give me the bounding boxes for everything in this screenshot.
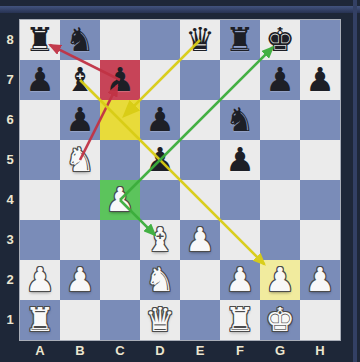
square-b5[interactable]: ♞ <box>60 140 100 180</box>
square-b7[interactable]: ♝ <box>60 60 100 100</box>
square-f8[interactable]: ♜ <box>220 20 260 60</box>
white-rook-a1[interactable]: ♜ <box>25 300 55 340</box>
white-queen-d1[interactable]: ♛ <box>145 300 175 340</box>
square-f7[interactable] <box>220 60 260 100</box>
white-pawn-e3[interactable]: ♟ <box>185 220 215 260</box>
square-d7[interactable] <box>140 60 180 100</box>
square-a4[interactable] <box>20 180 60 220</box>
square-g4[interactable] <box>260 180 300 220</box>
square-d3[interactable]: ♝ <box>140 220 180 260</box>
square-c5[interactable] <box>100 140 140 180</box>
square-e7[interactable] <box>180 60 220 100</box>
frame-top-bevel <box>0 6 360 13</box>
square-c3[interactable] <box>100 220 140 260</box>
square-f6[interactable]: ♞ <box>220 100 260 140</box>
file-labels: ABCDEFGH <box>20 340 340 362</box>
square-a8[interactable]: ♜ <box>20 20 60 60</box>
square-a6[interactable] <box>20 100 60 140</box>
white-pawn-a2[interactable]: ♟ <box>25 260 55 300</box>
square-g7[interactable]: ♟ <box>260 60 300 100</box>
square-d4[interactable] <box>140 180 180 220</box>
white-pawn-b2[interactable]: ♟ <box>65 260 95 300</box>
black-pawn-h7[interactable]: ♟ <box>305 60 335 100</box>
square-e6[interactable] <box>180 100 220 140</box>
square-h1[interactable] <box>300 300 340 340</box>
square-b3[interactable] <box>60 220 100 260</box>
white-pawn-g2[interactable]: ♟ <box>265 260 295 300</box>
file-label-C: C <box>100 340 140 362</box>
square-h4[interactable] <box>300 180 340 220</box>
black-pawn-c7[interactable]: ♟ <box>105 60 135 100</box>
file-label-G: G <box>260 340 300 362</box>
rank-label-4: 4 <box>0 180 20 220</box>
square-g2[interactable]: ♟ <box>260 260 300 300</box>
rank-label-1: 1 <box>0 300 20 340</box>
square-d5[interactable]: ♟ <box>140 140 180 180</box>
square-b8[interactable]: ♞ <box>60 20 100 60</box>
white-pawn-h2[interactable]: ♟ <box>305 260 335 300</box>
square-f2[interactable]: ♟ <box>220 260 260 300</box>
black-king-g8[interactable]: ♚ <box>265 20 295 60</box>
square-c7[interactable]: ♟ <box>100 60 140 100</box>
black-queen-e8[interactable]: ♛ <box>185 20 215 60</box>
black-knight-f6[interactable]: ♞ <box>225 100 255 140</box>
file-label-E: E <box>180 340 220 362</box>
white-knight-b5[interactable]: ♞ <box>65 140 95 180</box>
square-a1[interactable]: ♜ <box>20 300 60 340</box>
square-d1[interactable]: ♛ <box>140 300 180 340</box>
white-pawn-f2[interactable]: ♟ <box>225 260 255 300</box>
file-label-D: D <box>140 340 180 362</box>
square-e3[interactable]: ♟ <box>180 220 220 260</box>
file-label-A: A <box>20 340 60 362</box>
black-pawn-f5[interactable]: ♟ <box>225 140 255 180</box>
rank-label-8: 8 <box>0 20 20 60</box>
square-d2[interactable]: ♞ <box>140 260 180 300</box>
square-c8[interactable] <box>100 20 140 60</box>
white-king-g1[interactable]: ♚ <box>265 300 295 340</box>
square-h8[interactable] <box>300 20 340 60</box>
square-f3[interactable] <box>220 220 260 260</box>
square-f1[interactable]: ♜ <box>220 300 260 340</box>
square-e5[interactable] <box>180 140 220 180</box>
square-d6[interactable]: ♟ <box>140 100 180 140</box>
square-g3[interactable] <box>260 220 300 260</box>
square-b2[interactable]: ♟ <box>60 260 100 300</box>
rank-label-7: 7 <box>0 60 20 100</box>
square-b6[interactable]: ♟ <box>60 100 100 140</box>
white-rook-f1[interactable]: ♜ <box>225 300 255 340</box>
rank-label-3: 3 <box>0 220 20 260</box>
square-g5[interactable] <box>260 140 300 180</box>
black-pawn-b6[interactable]: ♟ <box>65 100 95 140</box>
file-label-F: F <box>220 340 260 362</box>
black-rook-a8[interactable]: ♜ <box>25 20 55 60</box>
square-d8[interactable] <box>140 20 180 60</box>
rank-labels: 87654321 <box>0 20 20 340</box>
square-f5[interactable]: ♟ <box>220 140 260 180</box>
square-h2[interactable]: ♟ <box>300 260 340 300</box>
square-c6[interactable] <box>100 100 140 140</box>
square-g8[interactable]: ♚ <box>260 20 300 60</box>
square-a3[interactable] <box>20 220 60 260</box>
black-bishop-b7[interactable]: ♝ <box>65 60 95 100</box>
black-pawn-d6[interactable]: ♟ <box>145 100 175 140</box>
rank-label-6: 6 <box>0 100 20 140</box>
file-label-H: H <box>300 340 340 362</box>
square-c2[interactable] <box>100 260 140 300</box>
square-g6[interactable] <box>260 100 300 140</box>
file-label-B: B <box>60 340 100 362</box>
square-h3[interactable] <box>300 220 340 260</box>
black-rook-f8[interactable]: ♜ <box>225 20 255 60</box>
white-knight-d2[interactable]: ♞ <box>145 260 175 300</box>
square-a2[interactable]: ♟ <box>20 260 60 300</box>
square-e1[interactable] <box>180 300 220 340</box>
white-pawn-c4[interactable]: ♟ <box>105 180 135 220</box>
black-knight-b8[interactable]: ♞ <box>65 20 95 60</box>
square-h6[interactable] <box>300 100 340 140</box>
black-pawn-a7[interactable]: ♟ <box>25 60 55 100</box>
square-c1[interactable] <box>100 300 140 340</box>
square-b4[interactable] <box>60 180 100 220</box>
square-e4[interactable] <box>180 180 220 220</box>
square-e2[interactable] <box>180 260 220 300</box>
black-pawn-d5[interactable]: ♟ <box>145 140 175 180</box>
square-b1[interactable] <box>60 300 100 340</box>
rank-label-2: 2 <box>0 260 20 300</box>
square-g1[interactable]: ♚ <box>260 300 300 340</box>
square-a5[interactable] <box>20 140 60 180</box>
chess-board-frame: 87654321 ♜♞♛♜♚♟♝♟♟♟♟♟♞♞♟♟♟♝♟♟♟♞♟♟♟♜♛♜♚ A… <box>0 0 360 362</box>
square-f4[interactable] <box>220 180 260 220</box>
square-e8[interactable]: ♛ <box>180 20 220 60</box>
square-c4[interactable]: ♟ <box>100 180 140 220</box>
black-pawn-g7[interactable]: ♟ <box>265 60 295 100</box>
white-bishop-d3[interactable]: ♝ <box>145 220 175 260</box>
square-a7[interactable]: ♟ <box>20 60 60 100</box>
board: ♜♞♛♜♚♟♝♟♟♟♟♟♞♞♟♟♟♝♟♟♟♞♟♟♟♜♛♜♚ <box>20 20 340 340</box>
frame-right-bevel <box>353 0 357 362</box>
square-h5[interactable] <box>300 140 340 180</box>
rank-label-5: 5 <box>0 140 20 180</box>
square-h7[interactable]: ♟ <box>300 60 340 100</box>
